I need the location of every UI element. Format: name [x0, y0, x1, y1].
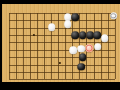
grid-line-horizontal — [9, 57, 115, 58]
last-move-marker — [86, 45, 93, 52]
grid-line-vertical — [37, 13, 38, 80]
grid-line-horizontal — [9, 20, 115, 21]
grid-line-vertical — [58, 13, 59, 80]
grid-line-vertical — [108, 13, 109, 80]
go-app-screen — [0, 0, 120, 90]
grid-line-vertical — [23, 13, 24, 80]
grid-line-horizontal — [9, 72, 115, 73]
letterbox-top-bar — [0, 0, 120, 4]
white-stone — [77, 45, 85, 53]
grid-line-vertical — [30, 13, 31, 80]
white-stone — [101, 35, 109, 43]
grid-line-vertical — [16, 13, 17, 80]
black-stone — [72, 13, 80, 21]
black-stone — [77, 63, 85, 71]
white-stone — [110, 12, 118, 20]
circle-marker — [111, 13, 117, 19]
grid-line-horizontal — [9, 79, 115, 80]
grid-line-vertical — [44, 13, 45, 80]
black-stone — [79, 53, 87, 61]
white-stone — [94, 43, 102, 51]
grid-line-vertical — [115, 13, 116, 80]
letterbox-bottom-bar — [0, 82, 120, 90]
grid-line-horizontal — [9, 65, 115, 66]
go-board[interactable] — [2, 4, 120, 83]
grid-line-horizontal — [9, 28, 115, 29]
white-stone — [64, 21, 72, 29]
white-stone — [48, 23, 56, 31]
white-stone — [85, 45, 93, 53]
grid-line-horizontal — [9, 13, 115, 14]
white-stone — [70, 46, 78, 54]
grid-line-vertical — [9, 13, 10, 80]
